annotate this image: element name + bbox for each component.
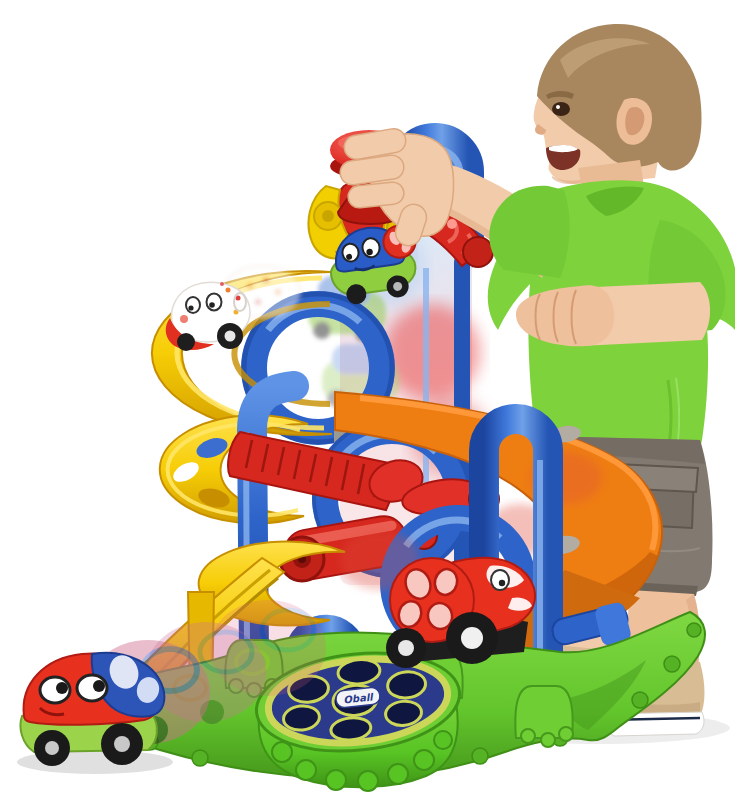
white-car-cheek — [180, 315, 188, 323]
drum-logo: Oball — [335, 687, 381, 709]
coil-arm-end — [463, 237, 493, 267]
red-car-eye — [491, 570, 509, 590]
boy-head — [534, 24, 702, 185]
scene-svg: Oball — [0, 0, 737, 800]
white-red-car — [166, 282, 250, 351]
ladybug-car — [17, 651, 173, 774]
white-car-eye-l — [186, 297, 200, 313]
white-car-wheel-front — [177, 333, 195, 351]
product-photo: Oball — [0, 0, 737, 800]
boy-eye-light — [556, 105, 560, 109]
boy-eye — [552, 102, 570, 116]
white-car-eye-r — [207, 294, 222, 311]
